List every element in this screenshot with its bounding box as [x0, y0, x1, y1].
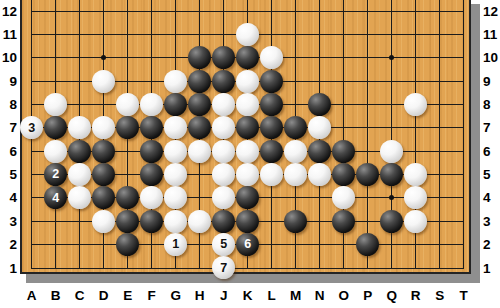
row-label-left-4: 4 — [0, 189, 18, 206]
stone-white-G4 — [164, 186, 187, 209]
row-label-left-12: 12 — [0, 3, 18, 20]
stone-black-H9 — [188, 70, 211, 93]
stone-white-C7 — [68, 116, 91, 139]
stone-black-F3 — [140, 210, 163, 233]
row-label-right-10: 10 — [483, 49, 500, 66]
stone-black-F6 — [140, 140, 163, 163]
stone-black-D5 — [92, 163, 115, 186]
stone-white-K8 — [236, 93, 259, 116]
stone-black-P5 — [356, 163, 379, 186]
stone-white-D7 — [92, 116, 115, 139]
stone-black-C6 — [68, 140, 91, 163]
go-diagram: 3241567 121110987654321121110987654321AB… — [0, 0, 500, 308]
stones-layer: 3241567 — [20, 0, 476, 280]
stone-white-A7: 3 — [20, 116, 43, 139]
stone-white-K9 — [236, 70, 259, 93]
move-number-6: 6 — [244, 238, 251, 251]
col-label-R: R — [404, 287, 428, 304]
row-label-left-8: 8 — [0, 96, 18, 113]
col-label-C: C — [68, 287, 92, 304]
row-label-right-6: 6 — [483, 143, 500, 160]
row-label-left-1: 1 — [0, 260, 18, 277]
stone-white-J2: 5 — [212, 233, 235, 256]
move-number-1: 1 — [172, 238, 179, 251]
stone-white-N5 — [308, 163, 331, 186]
stone-white-R4 — [404, 186, 427, 209]
row-label-right-5: 5 — [483, 166, 500, 183]
stone-black-M7 — [284, 116, 307, 139]
stone-white-G3 — [164, 210, 187, 233]
stone-black-B4: 4 — [44, 186, 67, 209]
stone-white-J7 — [212, 116, 235, 139]
row-label-right-3: 3 — [483, 213, 500, 230]
row-label-right-1: 1 — [483, 260, 500, 277]
stone-black-M3 — [284, 210, 307, 233]
stone-black-Q5 — [380, 163, 403, 186]
stone-white-L5 — [260, 163, 283, 186]
col-label-F: F — [140, 287, 164, 304]
stone-white-O4 — [332, 186, 355, 209]
stone-black-N6 — [308, 140, 331, 163]
stone-white-D9 — [92, 70, 115, 93]
col-label-E: E — [116, 287, 140, 304]
row-label-left-5: 5 — [0, 166, 18, 183]
col-label-S: S — [428, 287, 452, 304]
col-label-L: L — [260, 287, 284, 304]
stone-white-R8 — [404, 93, 427, 116]
stone-white-F4 — [140, 186, 163, 209]
stone-white-J1: 7 — [212, 256, 235, 279]
stone-white-G9 — [164, 70, 187, 93]
col-label-B: B — [44, 287, 68, 304]
stone-white-L10 — [260, 46, 283, 69]
move-number-5: 5 — [220, 238, 227, 251]
stone-black-E2 — [116, 233, 139, 256]
stone-white-B8 — [44, 93, 67, 116]
stone-black-H10 — [188, 46, 211, 69]
stone-black-G8 — [164, 93, 187, 116]
stone-black-K10 — [236, 46, 259, 69]
stone-black-F7 — [140, 116, 163, 139]
col-label-H: H — [188, 287, 212, 304]
row-label-right-7: 7 — [483, 119, 500, 136]
stone-black-B7 — [44, 116, 67, 139]
stone-black-F5 — [140, 163, 163, 186]
move-number-2: 2 — [52, 168, 59, 181]
stone-black-K3 — [236, 210, 259, 233]
stone-white-D3 — [92, 210, 115, 233]
row-label-left-3: 3 — [0, 213, 18, 230]
row-label-left-2: 2 — [0, 236, 18, 253]
stone-black-K7 — [236, 116, 259, 139]
stone-black-P2 — [356, 233, 379, 256]
stone-white-J6 — [212, 140, 235, 163]
stone-white-J5 — [212, 163, 235, 186]
stone-black-H7 — [188, 116, 211, 139]
row-label-right-8: 8 — [483, 96, 500, 113]
stone-white-Q6 — [380, 140, 403, 163]
stone-black-K2: 6 — [236, 233, 259, 256]
col-label-M: M — [284, 287, 308, 304]
row-label-left-7: 7 — [0, 119, 18, 136]
row-label-right-2: 2 — [483, 236, 500, 253]
stone-black-L9 — [260, 70, 283, 93]
stone-black-K4 — [236, 186, 259, 209]
col-label-O: O — [332, 287, 356, 304]
col-label-P: P — [356, 287, 380, 304]
col-label-K: K — [236, 287, 260, 304]
stone-black-D4 — [92, 186, 115, 209]
col-label-T: T — [452, 287, 476, 304]
stone-black-O3 — [332, 210, 355, 233]
stone-white-J8 — [212, 93, 235, 116]
stone-white-F8 — [140, 93, 163, 116]
stone-white-J4 — [212, 186, 235, 209]
row-label-left-10: 10 — [0, 49, 18, 66]
stone-white-G7 — [164, 116, 187, 139]
stone-black-O6 — [332, 140, 355, 163]
stone-white-N7 — [308, 116, 331, 139]
stone-black-O5 — [332, 163, 355, 186]
col-label-D: D — [92, 287, 116, 304]
stone-white-C4 — [68, 186, 91, 209]
col-label-Q: Q — [380, 287, 404, 304]
stone-white-K5 — [236, 163, 259, 186]
stone-white-C5 — [68, 163, 91, 186]
stone-white-M5 — [284, 163, 307, 186]
stone-black-E7 — [116, 116, 139, 139]
stone-white-E8 — [116, 93, 139, 116]
stone-black-J3 — [212, 210, 235, 233]
row-label-right-4: 4 — [483, 189, 500, 206]
move-number-3: 3 — [28, 122, 35, 135]
row-label-right-11: 11 — [483, 26, 500, 43]
row-label-left-9: 9 — [0, 73, 18, 90]
col-label-N: N — [308, 287, 332, 304]
stone-black-L6 — [260, 140, 283, 163]
stone-black-Q3 — [380, 210, 403, 233]
stone-white-H3 — [188, 210, 211, 233]
move-number-7: 7 — [220, 262, 227, 275]
stone-white-R3 — [404, 210, 427, 233]
row-label-left-6: 6 — [0, 143, 18, 160]
row-label-left-11: 11 — [0, 26, 18, 43]
stone-black-N8 — [308, 93, 331, 116]
stone-black-D6 — [92, 140, 115, 163]
stone-black-J9 — [212, 70, 235, 93]
stone-white-B6 — [44, 140, 67, 163]
move-number-4: 4 — [52, 192, 59, 205]
stone-white-R5 — [404, 163, 427, 186]
stone-black-B5: 2 — [44, 163, 67, 186]
col-label-A: A — [20, 287, 44, 304]
col-label-J: J — [212, 287, 236, 304]
stone-black-J10 — [212, 46, 235, 69]
stone-black-E4 — [116, 186, 139, 209]
stone-white-K6 — [236, 140, 259, 163]
row-label-right-12: 12 — [483, 3, 500, 20]
stone-black-L7 — [260, 116, 283, 139]
stone-black-E3 — [116, 210, 139, 233]
row-label-right-9: 9 — [483, 73, 500, 90]
stone-black-H8 — [188, 93, 211, 116]
stone-white-K11 — [236, 23, 259, 46]
stone-white-M6 — [284, 140, 307, 163]
stone-white-G2: 1 — [164, 233, 187, 256]
stone-white-G5 — [164, 163, 187, 186]
col-label-G: G — [164, 287, 188, 304]
stone-white-H6 — [188, 140, 211, 163]
stone-black-L8 — [260, 93, 283, 116]
stone-white-G6 — [164, 140, 187, 163]
